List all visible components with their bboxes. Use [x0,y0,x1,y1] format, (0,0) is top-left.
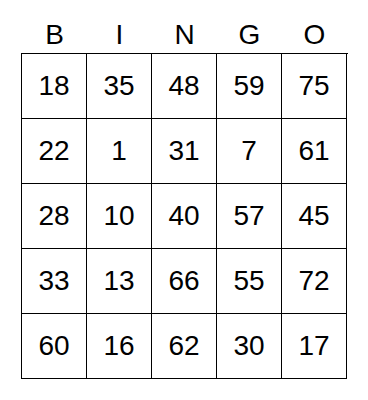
bingo-cell-r5c3[interactable]: 62 [152,314,217,379]
bingo-cell-r1c5[interactable]: 75 [282,54,347,119]
bingo-cell-r1c4[interactable]: 59 [217,54,282,119]
header-letter-n: N [152,14,217,53]
bingo-cell-r5c1[interactable]: 60 [22,314,87,379]
header-letter-o: O [282,14,347,53]
bingo-cell-r4c3[interactable]: 66 [152,249,217,314]
bingo-cell-r1c3[interactable]: 48 [152,54,217,119]
bingo-cell-r2c2[interactable]: 1 [87,119,152,184]
bingo-cell-r1c1[interactable]: 18 [22,54,87,119]
header-letter-i: I [87,14,152,53]
bingo-cell-r3c5[interactable]: 45 [282,184,347,249]
bingo-cell-r3c2[interactable]: 10 [87,184,152,249]
bingo-card-page: B I N G O 18 35 48 59 75 22 1 31 7 61 28… [0,0,368,400]
bingo-header-row: B I N G O [22,14,347,53]
bingo-cell-r5c2[interactable]: 16 [87,314,152,379]
bingo-cell-r5c5[interactable]: 17 [282,314,347,379]
bingo-grid: 18 35 48 59 75 22 1 31 7 61 28 10 40 57 … [21,53,348,379]
bingo-cell-r2c1[interactable]: 22 [22,119,87,184]
bingo-cell-r3c4[interactable]: 57 [217,184,282,249]
bingo-cell-r2c5[interactable]: 61 [282,119,347,184]
header-letter-g: G [217,14,282,53]
bingo-cell-r4c1[interactable]: 33 [22,249,87,314]
bingo-cell-r4c2[interactable]: 13 [87,249,152,314]
header-letter-b: B [22,14,87,53]
bingo-cell-r2c4[interactable]: 7 [217,119,282,184]
bingo-cell-r4c4[interactable]: 55 [217,249,282,314]
bingo-cell-r4c5[interactable]: 72 [282,249,347,314]
bingo-card: B I N G O 18 35 48 59 75 22 1 31 7 61 28… [21,14,347,379]
bingo-cell-r2c3[interactable]: 31 [152,119,217,184]
bingo-cell-r5c4[interactable]: 30 [217,314,282,379]
bingo-cell-r1c2[interactable]: 35 [87,54,152,119]
bingo-cell-r3c3[interactable]: 40 [152,184,217,249]
bingo-cell-r3c1[interactable]: 28 [22,184,87,249]
